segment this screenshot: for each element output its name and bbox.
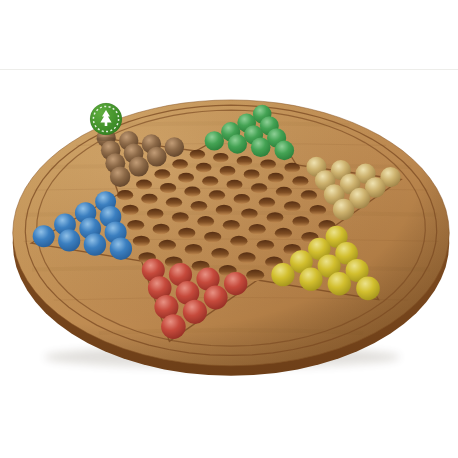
hole[interactable]: [159, 240, 176, 251]
hole[interactable]: [292, 176, 308, 186]
marble-blue[interactable]: [58, 229, 80, 251]
marble-green[interactable]: [228, 134, 247, 153]
marble-green[interactable]: [251, 137, 271, 157]
hole[interactable]: [251, 183, 267, 193]
hole[interactable]: [185, 244, 202, 255]
marble-natural[interactable]: [333, 199, 354, 220]
marble-brown[interactable]: [110, 167, 130, 187]
hole[interactable]: [172, 212, 189, 223]
hole[interactable]: [197, 216, 214, 227]
hole[interactable]: [202, 176, 218, 186]
marble-red[interactable]: [161, 314, 186, 339]
hole[interactable]: [223, 220, 240, 231]
hole[interactable]: [154, 169, 170, 179]
hole[interactable]: [259, 198, 275, 208]
marble-blue[interactable]: [110, 238, 132, 260]
hole[interactable]: [275, 228, 292, 239]
marble-yellow[interactable]: [271, 263, 294, 286]
hole[interactable]: [190, 150, 205, 160]
hole[interactable]: [147, 209, 164, 219]
hole[interactable]: [191, 201, 208, 211]
hole[interactable]: [241, 209, 258, 219]
eco-tree-logo: [87, 100, 127, 144]
hole[interactable]: [230, 236, 247, 247]
hole[interactable]: [136, 180, 152, 190]
hole[interactable]: [209, 190, 225, 200]
hole[interactable]: [196, 163, 212, 173]
hole[interactable]: [249, 224, 266, 235]
hole[interactable]: [204, 232, 221, 243]
marble-blue[interactable]: [84, 233, 106, 255]
product-photo-scene: [0, 0, 458, 458]
chinese-checkers-board: [0, 0, 458, 458]
hole[interactable]: [234, 194, 250, 204]
hole[interactable]: [260, 159, 276, 169]
hole[interactable]: [246, 270, 264, 281]
hole[interactable]: [284, 201, 301, 211]
hole[interactable]: [178, 173, 194, 183]
hole[interactable]: [216, 205, 233, 215]
marble-blue[interactable]: [33, 225, 55, 247]
hole[interactable]: [276, 187, 292, 197]
hole[interactable]: [172, 159, 188, 169]
hole[interactable]: [237, 156, 253, 166]
marble-red[interactable]: [224, 272, 247, 295]
hole[interactable]: [178, 228, 195, 239]
hole[interactable]: [153, 224, 170, 235]
hole[interactable]: [141, 194, 157, 204]
marble-yellow[interactable]: [299, 268, 322, 291]
hole[interactable]: [117, 190, 133, 200]
marble-brown[interactable]: [129, 157, 149, 177]
hole[interactable]: [184, 187, 200, 197]
hole[interactable]: [127, 220, 144, 231]
hole[interactable]: [292, 216, 309, 227]
hole[interactable]: [213, 153, 228, 163]
marble-green[interactable]: [205, 131, 224, 150]
marble-yellow[interactable]: [356, 277, 380, 301]
hole[interactable]: [238, 252, 256, 263]
hole[interactable]: [211, 248, 229, 259]
hole[interactable]: [166, 197, 182, 207]
hole[interactable]: [257, 240, 274, 251]
hole[interactable]: [160, 183, 176, 193]
hole[interactable]: [122, 205, 139, 215]
marble-yellow[interactable]: [328, 272, 351, 295]
hole[interactable]: [268, 173, 284, 183]
marble-red[interactable]: [204, 286, 228, 310]
hole[interactable]: [220, 166, 236, 176]
hole[interactable]: [284, 163, 300, 173]
marble-red[interactable]: [183, 300, 207, 324]
logo-shadow: [95, 137, 117, 141]
hole[interactable]: [267, 212, 284, 223]
hole[interactable]: [301, 190, 317, 200]
hole[interactable]: [227, 180, 243, 190]
marble-brown[interactable]: [147, 147, 167, 167]
marble-green[interactable]: [275, 141, 295, 161]
hole[interactable]: [310, 205, 327, 215]
marble-brown[interactable]: [165, 137, 185, 157]
hole[interactable]: [244, 169, 260, 179]
hole[interactable]: [133, 236, 150, 247]
